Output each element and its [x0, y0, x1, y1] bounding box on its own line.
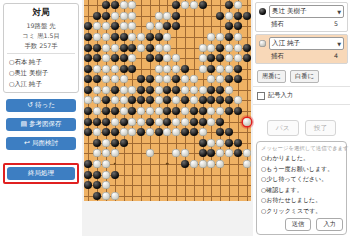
board-cell[interactable] [110, 106, 119, 117]
board-cell[interactable] [172, 0, 181, 11]
white-stone[interactable] [120, 1, 128, 9]
white-stone[interactable] [207, 33, 215, 41]
white-stone[interactable] [172, 149, 180, 157]
board-cell[interactable] [189, 169, 198, 180]
board-cell[interactable] [154, 138, 163, 149]
board-cell[interactable] [119, 0, 128, 11]
black-stone[interactable] [234, 12, 242, 20]
board-cell[interactable] [242, 63, 251, 74]
board-cell[interactable] [93, 0, 102, 11]
board-cell[interactable] [119, 148, 128, 159]
board-cell[interactable] [102, 148, 111, 159]
white-stone[interactable] [120, 128, 128, 136]
board-cell[interactable] [110, 138, 119, 149]
board-cell[interactable] [146, 53, 155, 64]
board-cell[interactable] [207, 21, 216, 32]
black-stone[interactable] [111, 86, 119, 94]
white-stone[interactable] [190, 160, 198, 168]
board-cell[interactable] [146, 85, 155, 96]
board-cell[interactable] [233, 32, 242, 43]
white-stone[interactable] [181, 1, 189, 9]
black-stone[interactable] [243, 44, 251, 52]
board-cell[interactable] [181, 169, 190, 180]
black-stone[interactable] [207, 65, 215, 73]
board-cell[interactable] [154, 106, 163, 117]
board-cell[interactable] [233, 0, 242, 11]
board-cell[interactable] [93, 148, 102, 159]
black-stone[interactable] [216, 128, 224, 136]
white-stone[interactable] [102, 149, 110, 157]
board-cell[interactable] [128, 116, 137, 127]
board-cell[interactable] [189, 116, 198, 127]
black-stone[interactable] [128, 96, 136, 104]
white-stone[interactable] [199, 65, 207, 73]
board-cell[interactable] [207, 116, 216, 127]
black-stone[interactable] [111, 33, 119, 41]
board-cell[interactable] [189, 95, 198, 106]
board-cell[interactable] [198, 148, 207, 159]
board-cell[interactable] [225, 127, 234, 138]
board-cell[interactable] [216, 42, 225, 53]
board-cell[interactable] [128, 11, 137, 22]
board-cell[interactable] [242, 42, 251, 53]
board-cell[interactable] [84, 159, 93, 170]
white-stone[interactable] [111, 118, 119, 126]
white-stone[interactable] [207, 139, 215, 147]
black-stone[interactable] [225, 139, 233, 147]
white-stone[interactable] [234, 96, 242, 104]
board-cell[interactable] [172, 180, 181, 191]
board-cell[interactable] [84, 42, 93, 53]
board-cell[interactable] [146, 116, 155, 127]
board-cell[interactable] [137, 74, 146, 85]
board-cell[interactable] [216, 95, 225, 106]
board-cell[interactable] [181, 74, 190, 85]
white-stone[interactable] [155, 44, 163, 52]
board-cell[interactable] [225, 95, 234, 106]
board-cell[interactable] [154, 42, 163, 53]
board-cell[interactable] [172, 32, 181, 43]
white-stone[interactable] [155, 12, 163, 20]
board-cell[interactable] [110, 159, 119, 170]
white-stone[interactable] [207, 44, 215, 52]
white-stone[interactable] [199, 44, 207, 52]
message-option[interactable]: ○わかりました。 [261, 153, 343, 164]
board-cell[interactable] [207, 11, 216, 22]
board-cell[interactable] [119, 127, 128, 138]
black-stone[interactable] [146, 33, 154, 41]
black-stone[interactable] [84, 54, 92, 62]
board-cell[interactable] [172, 106, 181, 117]
white-stone[interactable] [128, 22, 136, 30]
board-cell[interactable] [207, 180, 216, 191]
black-stone[interactable] [225, 33, 233, 41]
board-cell[interactable] [84, 138, 93, 149]
board-cell[interactable] [189, 127, 198, 138]
white-stone[interactable] [111, 65, 119, 73]
board-cell[interactable] [216, 53, 225, 64]
black-stone[interactable] [111, 128, 119, 136]
board-cell[interactable] [198, 169, 207, 180]
board-cell[interactable] [154, 95, 163, 106]
board-cell[interactable] [102, 180, 111, 191]
white-stone[interactable] [216, 75, 224, 83]
white-stone[interactable] [120, 22, 128, 30]
board-cell[interactable] [198, 32, 207, 43]
board-cell[interactable] [242, 11, 251, 22]
board-cell[interactable] [181, 95, 190, 106]
white-stone[interactable] [102, 33, 110, 41]
board-cell[interactable] [216, 63, 225, 74]
board-cell[interactable] [119, 106, 128, 117]
white-stone[interactable] [225, 44, 233, 52]
black-stone[interactable] [84, 181, 92, 189]
board-cell[interactable] [93, 74, 102, 85]
black-stone[interactable] [120, 65, 128, 73]
board-cell[interactable] [233, 95, 242, 106]
board-cell[interactable] [189, 148, 198, 159]
black-stone[interactable] [120, 44, 128, 52]
black-stone[interactable] [102, 12, 110, 20]
board-cell[interactable] [154, 148, 163, 159]
board-cell[interactable] [119, 169, 128, 180]
black-stone[interactable] [207, 149, 215, 157]
white-stone[interactable] [128, 86, 136, 94]
board-cell[interactable] [163, 63, 172, 74]
black-stone[interactable] [93, 75, 101, 83]
board-cell[interactable] [146, 159, 155, 170]
board-cell[interactable] [207, 85, 216, 96]
board-cell[interactable] [216, 127, 225, 138]
board-cell[interactable] [172, 127, 181, 138]
board-cell[interactable] [225, 74, 234, 85]
black-stone[interactable] [216, 54, 224, 62]
board-cell[interactable] [242, 159, 251, 170]
board-cell[interactable] [119, 85, 128, 96]
white-stone[interactable] [207, 75, 215, 83]
board-cell[interactable] [242, 127, 251, 138]
board-cell[interactable] [172, 169, 181, 180]
board-cell[interactable] [225, 42, 234, 53]
board-cell[interactable] [233, 116, 242, 127]
board-cell[interactable] [233, 11, 242, 22]
board-cell[interactable] [242, 53, 251, 64]
board-cell[interactable] [137, 159, 146, 170]
board-cell[interactable] [172, 63, 181, 74]
black-stone[interactable] [137, 128, 145, 136]
white-stone[interactable] [111, 44, 119, 52]
board-cell[interactable] [146, 74, 155, 85]
board-cell[interactable] [225, 190, 234, 201]
black-stone[interactable] [93, 54, 101, 62]
board-cell[interactable] [154, 21, 163, 32]
white-stone[interactable] [199, 54, 207, 62]
white-stone[interactable] [163, 75, 171, 83]
white-stone[interactable] [216, 33, 224, 41]
board-cell[interactable] [198, 85, 207, 96]
white-stone[interactable] [128, 128, 136, 136]
board-cell[interactable] [198, 63, 207, 74]
board-cell[interactable] [181, 180, 190, 191]
board-cell[interactable] [189, 21, 198, 32]
board-cell[interactable] [163, 116, 172, 127]
black-stone[interactable] [137, 75, 145, 83]
board-cell[interactable] [216, 11, 225, 22]
board-cell[interactable] [119, 11, 128, 22]
board-cell[interactable] [207, 106, 216, 117]
board-cell[interactable] [181, 106, 190, 117]
black-stone[interactable] [93, 44, 101, 52]
board-cell[interactable] [154, 53, 163, 64]
black-stone[interactable] [84, 86, 92, 94]
black-stone[interactable] [111, 107, 119, 115]
board-cell[interactable] [137, 138, 146, 149]
white-stone[interactable] [128, 1, 136, 9]
board-cell[interactable] [225, 85, 234, 96]
board-cell[interactable] [93, 180, 102, 191]
board-cell[interactable] [172, 74, 181, 85]
board-cell[interactable] [128, 32, 137, 43]
black-stone[interactable] [199, 118, 207, 126]
board-cell[interactable] [181, 0, 190, 11]
white-stone[interactable] [146, 149, 154, 157]
board-cell[interactable] [216, 138, 225, 149]
black-stone[interactable] [128, 107, 136, 115]
board-cell[interactable] [102, 138, 111, 149]
board-cell[interactable] [146, 148, 155, 159]
white-stone[interactable] [216, 107, 224, 115]
board-cell[interactable] [110, 53, 119, 64]
board-cell[interactable] [128, 74, 137, 85]
white-stone[interactable] [137, 118, 145, 126]
board-cell[interactable] [93, 106, 102, 117]
board-cell[interactable] [128, 63, 137, 74]
black-stone[interactable] [234, 65, 242, 73]
board-cell[interactable] [233, 159, 242, 170]
black-stone[interactable] [84, 75, 92, 83]
board-cell[interactable] [93, 21, 102, 32]
board-cell[interactable] [84, 169, 93, 180]
white-stone[interactable] [137, 107, 145, 115]
black-stone[interactable] [84, 22, 92, 30]
board-cell[interactable] [198, 0, 207, 11]
board-cell[interactable] [137, 85, 146, 96]
board-cell[interactable] [137, 180, 146, 191]
black-stone[interactable] [181, 128, 189, 136]
board-cell[interactable] [84, 53, 93, 64]
player-radio-option[interactable]: ○奥辻 美樹子 [6, 68, 76, 79]
board-cell[interactable] [216, 190, 225, 201]
black-stone[interactable] [84, 33, 92, 41]
white-stone[interactable] [163, 128, 171, 136]
board-cell[interactable] [102, 190, 111, 201]
black-stone[interactable] [84, 171, 92, 179]
white-stone[interactable] [172, 118, 180, 126]
board-cell[interactable] [233, 127, 242, 138]
board-cell[interactable] [216, 159, 225, 170]
white-stone[interactable] [199, 86, 207, 94]
board-cell[interactable] [207, 74, 216, 85]
board-cell[interactable] [110, 190, 119, 201]
black-stone[interactable] [234, 22, 242, 30]
board-cell[interactable] [233, 74, 242, 85]
board-cell[interactable] [198, 106, 207, 117]
board-cell[interactable] [154, 74, 163, 85]
black-stone[interactable] [243, 54, 251, 62]
black-stone[interactable] [102, 118, 110, 126]
board-cell[interactable] [154, 116, 163, 127]
white-stone[interactable] [243, 149, 251, 157]
resign-button[interactable]: 投了 [305, 120, 337, 136]
board-cell[interactable] [110, 180, 119, 191]
white-stone[interactable] [207, 118, 215, 126]
black-stone[interactable] [172, 75, 180, 83]
black-stone[interactable] [199, 149, 207, 157]
white-stone[interactable] [199, 128, 207, 136]
board-cell[interactable] [128, 180, 137, 191]
board-cell[interactable] [93, 63, 102, 74]
board-cell[interactable] [128, 95, 137, 106]
board-cell[interactable] [163, 53, 172, 64]
board-cell[interactable] [163, 106, 172, 117]
black-stone[interactable] [146, 75, 154, 83]
black-stone[interactable] [111, 22, 119, 30]
black-stone[interactable] [225, 22, 233, 30]
white-stone[interactable] [225, 54, 233, 62]
white-stone-marked[interactable] [243, 118, 251, 126]
board-cell[interactable] [110, 85, 119, 96]
board-cell[interactable] [146, 138, 155, 149]
white-stone[interactable] [181, 86, 189, 94]
board-cell[interactable] [216, 0, 225, 11]
board-cell[interactable] [207, 63, 216, 74]
white-stone[interactable] [102, 181, 110, 189]
board-cell[interactable] [128, 190, 137, 201]
black-stone[interactable] [216, 44, 224, 52]
board-cell[interactable] [163, 159, 172, 170]
board-cell[interactable] [233, 138, 242, 149]
black-stone[interactable] [216, 96, 224, 104]
black-stone[interactable] [234, 149, 242, 157]
board-cell[interactable] [128, 85, 137, 96]
board-cell[interactable] [198, 21, 207, 32]
black-stone[interactable] [207, 54, 215, 62]
white-stone[interactable] [172, 128, 180, 136]
board-cell[interactable] [172, 11, 181, 22]
board-cell[interactable] [242, 138, 251, 149]
black-stone[interactable] [128, 65, 136, 73]
white-stone[interactable] [102, 171, 110, 179]
black-stone[interactable] [207, 96, 215, 104]
white-stone[interactable] [181, 118, 189, 126]
board-cell[interactable] [163, 85, 172, 96]
board-cell[interactable] [110, 0, 119, 11]
board-cell[interactable] [207, 138, 216, 149]
board-cell[interactable] [189, 11, 198, 22]
board-cell[interactable] [207, 127, 216, 138]
white-stone[interactable] [102, 22, 110, 30]
white-stone[interactable] [216, 139, 224, 147]
review-position-button[interactable]: ↩ 局面検討 [6, 137, 76, 150]
board-cell[interactable] [225, 63, 234, 74]
board-cell[interactable] [225, 0, 234, 11]
black-stone[interactable] [163, 96, 171, 104]
board-cell[interactable] [216, 32, 225, 43]
board-cell[interactable] [128, 159, 137, 170]
white-stone[interactable] [225, 12, 233, 20]
white-stone[interactable] [234, 44, 242, 52]
board-cell[interactable] [242, 106, 251, 117]
board-cell[interactable] [233, 148, 242, 159]
board-cell[interactable] [102, 85, 111, 96]
board-cell[interactable] [146, 190, 155, 201]
white-stone[interactable] [102, 54, 110, 62]
board-cell[interactable] [242, 85, 251, 96]
black-stone[interactable] [146, 96, 154, 104]
black-stone[interactable] [120, 139, 128, 147]
board-cell[interactable] [216, 106, 225, 117]
board-cell[interactable] [84, 127, 93, 138]
board-cell[interactable] [110, 127, 119, 138]
board-cell[interactable] [102, 63, 111, 74]
board-cell[interactable] [242, 169, 251, 180]
board-cell[interactable] [242, 0, 251, 11]
board-cell[interactable] [216, 74, 225, 85]
board-cell[interactable] [225, 138, 234, 149]
black-stone[interactable] [84, 107, 92, 115]
white-stone[interactable] [216, 65, 224, 73]
board-cell[interactable] [225, 32, 234, 43]
board-cell[interactable] [242, 95, 251, 106]
board-cell[interactable] [93, 169, 102, 180]
board-cell[interactable] [84, 106, 93, 117]
white-stone[interactable] [111, 149, 119, 157]
white-stone[interactable] [155, 75, 163, 83]
board-cell[interactable] [163, 42, 172, 53]
board-cell[interactable] [233, 180, 242, 191]
board-cell[interactable] [110, 169, 119, 180]
black-stone[interactable] [234, 75, 242, 83]
white-stone[interactable] [163, 65, 171, 73]
board-cell[interactable] [102, 127, 111, 138]
board-cell[interactable] [137, 21, 146, 32]
black-stone[interactable] [172, 107, 180, 115]
board-cell[interactable] [84, 21, 93, 32]
undo-button[interactable]: ↺ 待った [6, 99, 76, 112]
board-cell[interactable] [84, 116, 93, 127]
white-stone[interactable] [93, 107, 101, 115]
board-cell[interactable] [154, 63, 163, 74]
black-stone[interactable] [234, 139, 242, 147]
white-stone[interactable] [225, 86, 233, 94]
board-cell[interactable] [119, 63, 128, 74]
board-cell[interactable] [128, 169, 137, 180]
board-cell[interactable] [119, 21, 128, 32]
board-cell[interactable] [163, 21, 172, 32]
board-cell[interactable] [181, 159, 190, 170]
black-stone[interactable] [155, 54, 163, 62]
white-stone[interactable] [120, 107, 128, 115]
board-cell[interactable] [181, 53, 190, 64]
white-stone[interactable] [190, 86, 198, 94]
board-cell[interactable] [181, 138, 190, 149]
board-cell[interactable] [110, 74, 119, 85]
black-stone[interactable] [199, 107, 207, 115]
board-cell[interactable] [216, 21, 225, 32]
board-cell[interactable] [163, 127, 172, 138]
white-stone[interactable] [163, 33, 171, 41]
board-cell[interactable] [198, 190, 207, 201]
